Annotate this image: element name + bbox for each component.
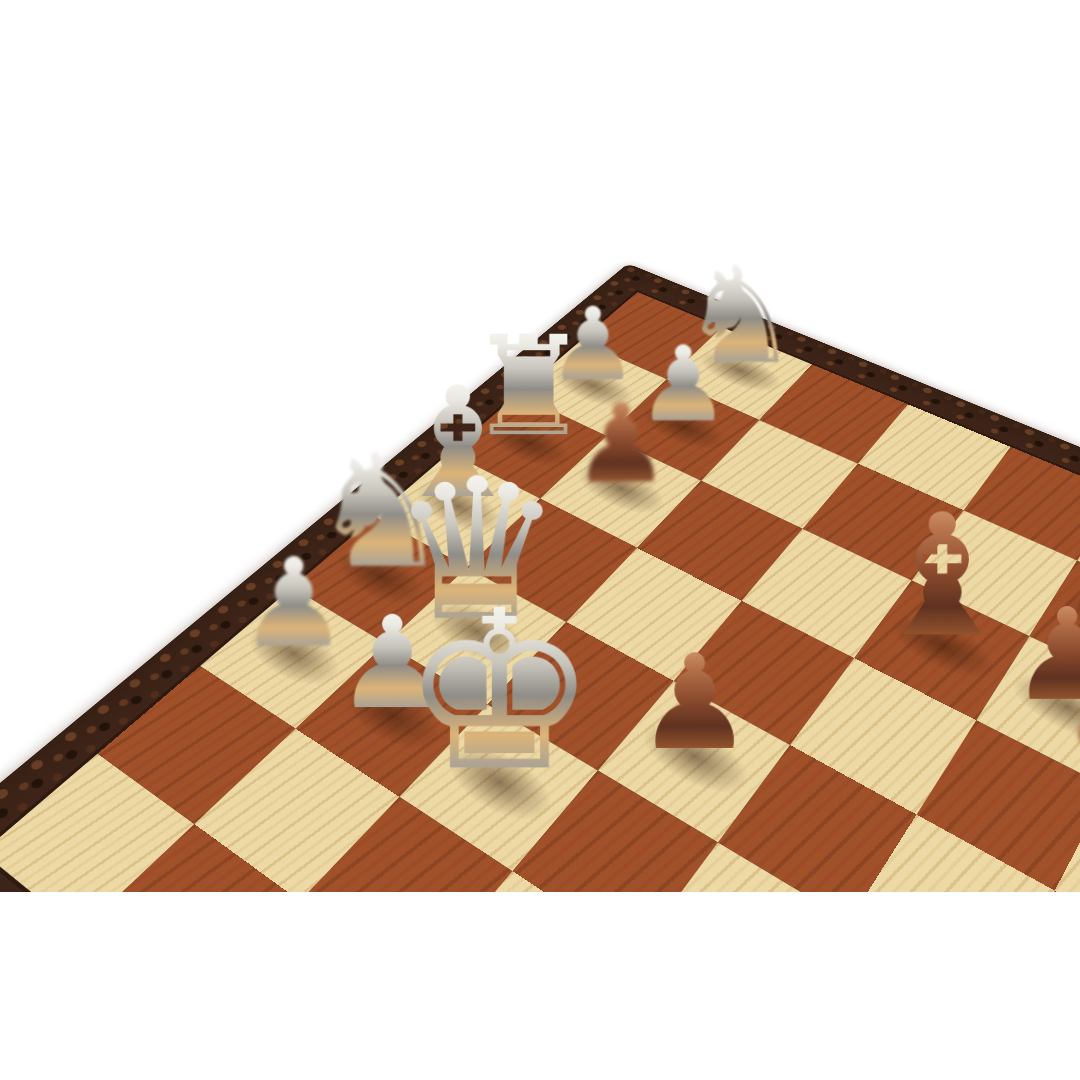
piece-copper-queen[interactable]: ♛ bbox=[1053, 667, 1080, 894]
square-a2[interactable] bbox=[98, 666, 296, 824]
piece-copper-pawn[interactable]: ♟ bbox=[572, 389, 670, 498]
piece-copper-pawn[interactable]: ♟ bbox=[636, 637, 753, 768]
photo-bottom-crop bbox=[0, 892, 1080, 1080]
chess-set-photo: ♞♟♟♟♟♜♟♝♟♝♛♞♛♟♟♟♚♟♞♟♜ bbox=[0, 0, 1080, 1080]
piece-copper-bishop[interactable]: ♝ bbox=[867, 492, 1018, 661]
piece-silver-king[interactable]: ♚ bbox=[401, 581, 598, 801]
piece-silver-pawn[interactable]: ♟ bbox=[239, 542, 349, 665]
